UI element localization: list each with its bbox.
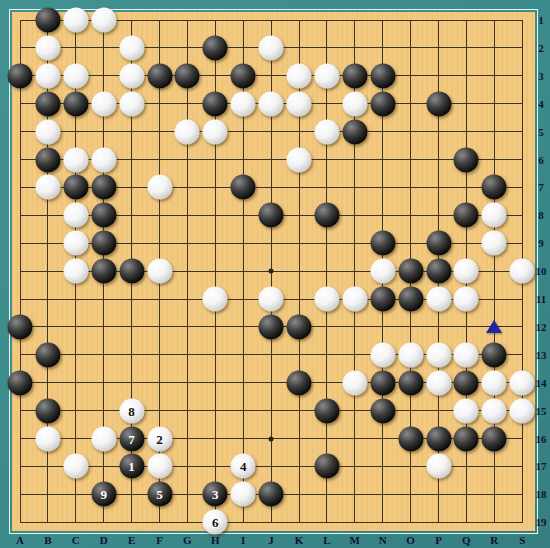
white-stone bbox=[454, 259, 479, 284]
white-stone bbox=[510, 398, 535, 423]
black-stone bbox=[231, 175, 256, 200]
column-label: F bbox=[156, 534, 163, 546]
white-stone bbox=[342, 370, 367, 395]
row-label: 5 bbox=[538, 126, 544, 138]
white-stone bbox=[342, 91, 367, 116]
white-stone bbox=[175, 119, 200, 144]
black-stone bbox=[370, 370, 395, 395]
white-stone bbox=[147, 175, 172, 200]
black-stone bbox=[91, 231, 116, 256]
white-stone bbox=[287, 147, 312, 172]
white-stone bbox=[91, 8, 116, 33]
column-label: B bbox=[44, 534, 51, 546]
white-stone bbox=[259, 287, 284, 312]
black-stone bbox=[482, 426, 507, 451]
white-stone bbox=[370, 342, 395, 367]
move-number: 6 bbox=[212, 516, 219, 529]
row-label: 19 bbox=[536, 516, 547, 528]
row-label: 10 bbox=[536, 265, 547, 277]
black-stone bbox=[35, 398, 60, 423]
white-stone bbox=[35, 63, 60, 88]
row-label: 12 bbox=[536, 321, 547, 333]
white-stone bbox=[426, 370, 451, 395]
black-stone bbox=[287, 370, 312, 395]
black-stone bbox=[342, 119, 367, 144]
row-label: 14 bbox=[536, 377, 547, 389]
star-point bbox=[269, 269, 274, 274]
row-label: 3 bbox=[538, 70, 544, 82]
white-stone bbox=[147, 259, 172, 284]
black-stone: 1 bbox=[119, 454, 144, 479]
column-label: P bbox=[435, 534, 442, 546]
white-stone bbox=[147, 454, 172, 479]
white-stone bbox=[35, 35, 60, 60]
white-stone: 4 bbox=[231, 454, 256, 479]
white-stone bbox=[63, 63, 88, 88]
column-label: L bbox=[323, 534, 330, 546]
black-stone bbox=[426, 91, 451, 116]
white-stone bbox=[482, 203, 507, 228]
row-label: 18 bbox=[536, 488, 547, 500]
white-stone bbox=[454, 342, 479, 367]
black-stone bbox=[203, 35, 228, 60]
black-stone bbox=[426, 426, 451, 451]
column-label: E bbox=[128, 534, 135, 546]
black-stone bbox=[342, 63, 367, 88]
white-stone bbox=[454, 287, 479, 312]
grid-line-horizontal bbox=[20, 75, 523, 76]
white-stone bbox=[314, 287, 339, 312]
column-label: R bbox=[490, 534, 498, 546]
black-stone bbox=[8, 314, 33, 339]
white-stone bbox=[510, 259, 535, 284]
black-stone bbox=[398, 287, 423, 312]
white-stone bbox=[482, 398, 507, 423]
black-stone bbox=[231, 63, 256, 88]
black-stone bbox=[35, 91, 60, 116]
row-label: 7 bbox=[538, 181, 544, 193]
black-stone bbox=[35, 147, 60, 172]
black-stone bbox=[259, 482, 284, 507]
row-label: 4 bbox=[538, 98, 544, 110]
column-label: J bbox=[268, 534, 274, 546]
black-stone: 9 bbox=[91, 482, 116, 507]
white-stone bbox=[63, 454, 88, 479]
white-stone bbox=[35, 119, 60, 144]
black-stone bbox=[91, 259, 116, 284]
grid-line-horizontal bbox=[20, 410, 523, 411]
black-stone bbox=[454, 370, 479, 395]
column-label: N bbox=[379, 534, 387, 546]
white-stone bbox=[259, 91, 284, 116]
white-stone bbox=[35, 175, 60, 200]
white-stone bbox=[63, 8, 88, 33]
move-number: 2 bbox=[156, 432, 163, 445]
black-stone bbox=[482, 342, 507, 367]
white-stone bbox=[63, 259, 88, 284]
black-stone bbox=[287, 314, 312, 339]
white-stone bbox=[203, 287, 228, 312]
column-label: O bbox=[406, 534, 415, 546]
white-stone bbox=[398, 342, 423, 367]
black-stone bbox=[398, 370, 423, 395]
black-stone bbox=[91, 175, 116, 200]
black-stone bbox=[259, 203, 284, 228]
black-stone bbox=[482, 175, 507, 200]
go-board-frame: 872149536ABCDEFGHIJKLMNOPQRS123456789101… bbox=[0, 0, 550, 548]
white-stone bbox=[119, 91, 144, 116]
white-stone: 2 bbox=[147, 426, 172, 451]
black-stone bbox=[119, 259, 144, 284]
black-stone bbox=[203, 91, 228, 116]
black-stone bbox=[175, 63, 200, 88]
move-number: 1 bbox=[128, 460, 135, 473]
white-stone bbox=[370, 259, 395, 284]
black-stone bbox=[63, 91, 88, 116]
white-stone bbox=[454, 398, 479, 423]
black-stone bbox=[8, 63, 33, 88]
column-label: I bbox=[241, 534, 245, 546]
grid-line-vertical bbox=[326, 20, 327, 523]
white-stone bbox=[314, 119, 339, 144]
black-stone bbox=[398, 259, 423, 284]
white-stone bbox=[35, 426, 60, 451]
white-stone bbox=[314, 63, 339, 88]
white-stone bbox=[63, 203, 88, 228]
white-stone bbox=[259, 35, 284, 60]
black-stone bbox=[426, 259, 451, 284]
black-stone bbox=[370, 231, 395, 256]
white-stone bbox=[287, 63, 312, 88]
column-label: D bbox=[100, 534, 108, 546]
white-stone bbox=[119, 35, 144, 60]
column-label: C bbox=[72, 534, 80, 546]
black-stone bbox=[147, 63, 172, 88]
grid-line-vertical bbox=[20, 20, 21, 523]
black-stone bbox=[370, 63, 395, 88]
row-label: 13 bbox=[536, 349, 547, 361]
white-stone bbox=[482, 231, 507, 256]
white-stone: 8 bbox=[119, 398, 144, 423]
white-stone bbox=[63, 231, 88, 256]
white-stone bbox=[203, 119, 228, 144]
column-label: K bbox=[295, 534, 304, 546]
black-stone bbox=[454, 147, 479, 172]
black-stone bbox=[8, 370, 33, 395]
triangle-marker bbox=[486, 320, 502, 333]
black-stone bbox=[370, 287, 395, 312]
move-number: 8 bbox=[128, 404, 135, 417]
column-label: S bbox=[519, 534, 525, 546]
row-label: 9 bbox=[538, 237, 544, 249]
black-stone bbox=[63, 175, 88, 200]
white-stone: 6 bbox=[203, 510, 228, 535]
black-stone: 3 bbox=[203, 482, 228, 507]
column-label: G bbox=[183, 534, 192, 546]
black-stone: 5 bbox=[147, 482, 172, 507]
black-stone bbox=[454, 203, 479, 228]
row-label: 17 bbox=[536, 460, 547, 472]
black-stone bbox=[314, 398, 339, 423]
white-stone bbox=[91, 426, 116, 451]
row-label: 11 bbox=[536, 293, 546, 305]
white-stone bbox=[342, 287, 367, 312]
white-stone bbox=[231, 91, 256, 116]
row-label: 15 bbox=[536, 405, 547, 417]
column-label: H bbox=[211, 534, 220, 546]
black-stone bbox=[259, 314, 284, 339]
grid-line-horizontal bbox=[20, 522, 523, 523]
grid-line-vertical bbox=[187, 20, 188, 523]
black-stone bbox=[314, 203, 339, 228]
white-stone bbox=[63, 147, 88, 172]
move-number: 7 bbox=[128, 432, 135, 445]
row-label: 1 bbox=[538, 14, 544, 26]
white-stone bbox=[91, 91, 116, 116]
black-stone bbox=[454, 426, 479, 451]
black-stone bbox=[398, 426, 423, 451]
white-stone bbox=[119, 63, 144, 88]
white-stone bbox=[287, 91, 312, 116]
star-point bbox=[269, 436, 274, 441]
black-stone bbox=[370, 91, 395, 116]
white-stone bbox=[426, 454, 451, 479]
move-number: 9 bbox=[100, 488, 107, 501]
black-stone bbox=[91, 203, 116, 228]
move-number: 4 bbox=[240, 460, 247, 473]
row-label: 16 bbox=[536, 433, 547, 445]
black-stone bbox=[35, 342, 60, 367]
column-label: Q bbox=[462, 534, 471, 546]
row-label: 2 bbox=[538, 42, 544, 54]
black-stone bbox=[426, 231, 451, 256]
black-stone bbox=[370, 398, 395, 423]
move-number: 5 bbox=[156, 488, 163, 501]
white-stone bbox=[482, 370, 507, 395]
column-label: M bbox=[350, 534, 360, 546]
row-label: 6 bbox=[538, 154, 544, 166]
white-stone bbox=[231, 482, 256, 507]
move-number: 3 bbox=[212, 488, 219, 501]
grid-line-horizontal bbox=[20, 131, 523, 132]
black-stone bbox=[314, 454, 339, 479]
white-stone bbox=[426, 287, 451, 312]
column-label: A bbox=[16, 534, 24, 546]
row-label: 8 bbox=[538, 209, 544, 221]
white-stone bbox=[91, 147, 116, 172]
black-stone bbox=[35, 8, 60, 33]
black-stone: 7 bbox=[119, 426, 144, 451]
white-stone bbox=[426, 342, 451, 367]
white-stone bbox=[510, 370, 535, 395]
